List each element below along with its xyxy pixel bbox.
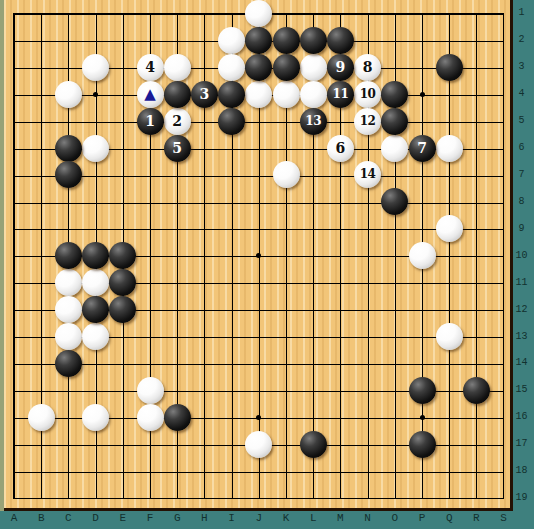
col-label-S: S — [495, 512, 513, 524]
col-label-O: O — [386, 512, 404, 524]
black-stone-H4[interactable]: 3 — [191, 81, 218, 108]
black-stone-R15[interactable] — [463, 377, 490, 404]
black-stone-K3[interactable] — [273, 54, 300, 81]
row-label-15: 15 — [511, 384, 532, 396]
col-label-R: R — [467, 512, 485, 524]
white-stone-Q6[interactable] — [436, 135, 463, 162]
white-stone-Q13[interactable] — [436, 323, 463, 350]
move-number-label-14: 14 — [354, 161, 381, 188]
black-stone-G4[interactable] — [164, 81, 191, 108]
white-stone-N5[interactable]: 12 — [354, 108, 381, 135]
white-stone-F3[interactable]: 4 — [137, 54, 164, 81]
row-label-19: 19 — [511, 492, 532, 504]
black-stone-C10[interactable] — [55, 242, 82, 269]
black-stone-C14[interactable] — [55, 350, 82, 377]
white-stone-C4[interactable] — [55, 81, 82, 108]
black-stone-C6[interactable] — [55, 135, 82, 162]
white-stone-M6[interactable]: 6 — [327, 135, 354, 162]
black-stone-M4[interactable]: 11 — [327, 81, 354, 108]
black-stone-O4[interactable] — [381, 81, 408, 108]
black-stone-J2[interactable] — [245, 27, 272, 54]
move-number-label-12: 12 — [354, 108, 381, 135]
white-stone-C12[interactable] — [55, 296, 82, 323]
black-stone-O8[interactable] — [381, 188, 408, 215]
black-stone-C7[interactable] — [55, 161, 82, 188]
black-stone-D10[interactable] — [82, 242, 109, 269]
white-stone-D6[interactable] — [82, 135, 109, 162]
black-stone-K2[interactable] — [273, 27, 300, 54]
black-stone-D12[interactable] — [82, 296, 109, 323]
move-number-label-1: 1 — [137, 108, 164, 135]
black-stone-M3[interactable]: 9 — [327, 54, 354, 81]
move-number-label-11: 11 — [327, 81, 354, 108]
col-label-B: B — [32, 512, 50, 524]
white-stone-F15[interactable] — [137, 377, 164, 404]
black-stone-M2[interactable] — [327, 27, 354, 54]
move-number-label-5: 5 — [164, 135, 191, 162]
black-stone-I5[interactable] — [218, 108, 245, 135]
white-stone-D3[interactable] — [82, 54, 109, 81]
row-label-5: 5 — [511, 115, 532, 127]
white-stone-I3[interactable] — [218, 54, 245, 81]
white-stone-L3[interactable] — [300, 54, 327, 81]
stones-layer: 48▲10212614931111357 — [0, 0, 534, 529]
black-stone-E10[interactable] — [109, 242, 136, 269]
row-label-16: 16 — [511, 411, 532, 423]
move-number-label-9: 9 — [327, 54, 354, 81]
go-app-window: 48▲10212614931111357 ABCDEFGHIJKLMNOPQRS… — [0, 0, 534, 529]
row-label-6: 6 — [511, 142, 532, 154]
col-label-K: K — [277, 512, 295, 524]
row-label-12: 12 — [511, 304, 532, 316]
triangle-marker-icon: ▲ — [137, 81, 164, 108]
white-stone-P10[interactable] — [409, 242, 436, 269]
white-stone-I2[interactable] — [218, 27, 245, 54]
row-label-4: 4 — [511, 88, 532, 100]
black-stone-E11[interactable] — [109, 269, 136, 296]
col-label-F: F — [141, 512, 159, 524]
row-label-13: 13 — [511, 331, 532, 343]
black-stone-L2[interactable] — [300, 27, 327, 54]
move-number-label-10: 10 — [354, 81, 381, 108]
black-stone-P6[interactable]: 7 — [409, 135, 436, 162]
row-label-14: 14 — [511, 357, 532, 369]
black-stone-J3[interactable] — [245, 54, 272, 81]
white-stone-N3[interactable]: 8 — [354, 54, 381, 81]
col-label-I: I — [223, 512, 241, 524]
white-stone-J17[interactable] — [245, 431, 272, 458]
move-number-label-3: 3 — [191, 81, 218, 108]
col-label-L: L — [304, 512, 322, 524]
black-stone-F5[interactable]: 1 — [137, 108, 164, 135]
white-stone-D16[interactable] — [82, 404, 109, 431]
white-stone-N7[interactable]: 14 — [354, 161, 381, 188]
star-point-D4 — [93, 92, 98, 97]
col-label-E: E — [114, 512, 132, 524]
move-number-label-2: 2 — [164, 108, 191, 135]
row-label-18: 18 — [511, 465, 532, 477]
black-stone-I4[interactable] — [218, 81, 245, 108]
white-stone-L4[interactable] — [300, 81, 327, 108]
black-stone-E12[interactable] — [109, 296, 136, 323]
black-stone-G16[interactable] — [164, 404, 191, 431]
white-stone-F4[interactable]: ▲ — [137, 81, 164, 108]
col-label-C: C — [59, 512, 77, 524]
move-number-label-6: 6 — [327, 135, 354, 162]
black-stone-Q3[interactable] — [436, 54, 463, 81]
move-number-label-4: 4 — [137, 54, 164, 81]
white-stone-J1[interactable] — [245, 0, 272, 27]
col-label-P: P — [413, 512, 431, 524]
white-stone-Q9[interactable] — [436, 215, 463, 242]
col-label-J: J — [250, 512, 268, 524]
star-point-P16 — [420, 415, 425, 420]
row-label-17: 17 — [511, 438, 532, 450]
col-label-A: A — [5, 512, 23, 524]
white-stone-J4[interactable] — [245, 81, 272, 108]
move-number-label-8: 8 — [354, 54, 381, 81]
white-stone-B16[interactable] — [28, 404, 55, 431]
row-label-10: 10 — [511, 250, 532, 262]
white-stone-N4[interactable]: 10 — [354, 81, 381, 108]
row-label-7: 7 — [511, 169, 532, 181]
col-label-M: M — [331, 512, 349, 524]
col-label-N: N — [359, 512, 377, 524]
white-stone-O6[interactable] — [381, 135, 408, 162]
black-stone-P17[interactable] — [409, 431, 436, 458]
black-stone-P15[interactable] — [409, 377, 436, 404]
col-label-G: G — [168, 512, 186, 524]
star-point-J16 — [256, 415, 261, 420]
col-label-H: H — [195, 512, 213, 524]
row-label-3: 3 — [511, 61, 532, 73]
white-stone-G5[interactable]: 2 — [164, 108, 191, 135]
white-stone-G3[interactable] — [164, 54, 191, 81]
row-label-9: 9 — [511, 223, 532, 235]
black-stone-G6[interactable]: 5 — [164, 135, 191, 162]
row-label-11: 11 — [511, 277, 532, 289]
move-number-label-7: 7 — [409, 135, 436, 162]
black-stone-L17[interactable] — [300, 431, 327, 458]
col-label-D: D — [87, 512, 105, 524]
black-stone-L5[interactable]: 13 — [300, 108, 327, 135]
row-label-8: 8 — [511, 196, 532, 208]
star-point-J10 — [256, 253, 261, 258]
row-label-1: 1 — [511, 7, 532, 19]
white-stone-C13[interactable] — [55, 323, 82, 350]
white-stone-K7[interactable] — [273, 161, 300, 188]
white-stone-C11[interactable] — [55, 269, 82, 296]
star-point-P4 — [420, 92, 425, 97]
white-stone-F16[interactable] — [137, 404, 164, 431]
move-number-label-13: 13 — [300, 108, 327, 135]
col-label-Q: Q — [440, 512, 458, 524]
white-stone-D11[interactable] — [82, 269, 109, 296]
white-stone-K4[interactable] — [273, 81, 300, 108]
white-stone-D13[interactable] — [82, 323, 109, 350]
row-label-2: 2 — [511, 34, 532, 46]
black-stone-O5[interactable] — [381, 108, 408, 135]
